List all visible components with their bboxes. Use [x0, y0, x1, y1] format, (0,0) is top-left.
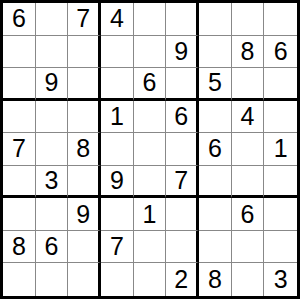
cell-r4c5[interactable]	[134, 101, 167, 134]
cell-r3c5[interactable]: 6	[134, 68, 167, 101]
cell-r6c8[interactable]	[232, 166, 265, 199]
cell-r7c1[interactable]	[3, 198, 36, 231]
cell-r9c3[interactable]	[68, 263, 101, 296]
cell-r3c8[interactable]	[232, 68, 265, 101]
cell-r6c1[interactable]	[3, 166, 36, 199]
cell-r7c3[interactable]: 9	[68, 198, 101, 231]
cell-r3c6[interactable]	[166, 68, 199, 101]
cell-r7c5[interactable]: 1	[134, 198, 167, 231]
cell-r4c3[interactable]	[68, 101, 101, 134]
cell-r1c5[interactable]	[134, 3, 167, 36]
cell-r1c6[interactable]	[166, 3, 199, 36]
cell-r5c3[interactable]: 8	[68, 133, 101, 166]
cell-r9c8[interactable]	[232, 263, 265, 296]
cell-r7c8[interactable]: 6	[232, 198, 265, 231]
cell-r2c7[interactable]	[199, 36, 232, 69]
cell-r5c2[interactable]	[36, 133, 69, 166]
cell-r6c5[interactable]	[134, 166, 167, 199]
cell-r3c9[interactable]	[264, 68, 297, 101]
cell-r9c1[interactable]	[3, 263, 36, 296]
cell-r8c5[interactable]	[134, 231, 167, 264]
cell-r7c4[interactable]	[101, 198, 134, 231]
cell-r4c2[interactable]	[36, 101, 69, 134]
cell-r9c2[interactable]	[36, 263, 69, 296]
cell-r6c4[interactable]: 9	[101, 166, 134, 199]
cell-r8c7[interactable]	[199, 231, 232, 264]
cell-r4c8[interactable]: 4	[232, 101, 265, 134]
cell-r2c3[interactable]	[68, 36, 101, 69]
cell-r7c6[interactable]	[166, 198, 199, 231]
cell-r8c2[interactable]: 6	[36, 231, 69, 264]
cell-r5c4[interactable]	[101, 133, 134, 166]
cell-r4c9[interactable]	[264, 101, 297, 134]
cell-r5c6[interactable]	[166, 133, 199, 166]
cell-r7c2[interactable]	[36, 198, 69, 231]
cell-r7c7[interactable]	[199, 198, 232, 231]
cell-r8c4[interactable]: 7	[101, 231, 134, 264]
cell-r2c2[interactable]	[36, 36, 69, 69]
cell-r1c8[interactable]	[232, 3, 265, 36]
cell-r1c3[interactable]: 7	[68, 3, 101, 36]
cell-r5c5[interactable]	[134, 133, 167, 166]
cell-r2c1[interactable]	[3, 36, 36, 69]
cell-r8c9[interactable]	[264, 231, 297, 264]
cell-r5c7[interactable]: 6	[199, 133, 232, 166]
cell-r1c9[interactable]	[264, 3, 297, 36]
cell-r8c1[interactable]: 8	[3, 231, 36, 264]
cell-r6c7[interactable]	[199, 166, 232, 199]
cell-r6c6[interactable]: 7	[166, 166, 199, 199]
cell-r2c9[interactable]: 6	[264, 36, 297, 69]
cell-r6c9[interactable]	[264, 166, 297, 199]
cell-r5c9[interactable]: 1	[264, 133, 297, 166]
cell-r9c7[interactable]: 8	[199, 263, 232, 296]
cell-r8c3[interactable]	[68, 231, 101, 264]
cell-r8c6[interactable]	[166, 231, 199, 264]
cell-r2c8[interactable]: 8	[232, 36, 265, 69]
cell-r2c5[interactable]	[134, 36, 167, 69]
cell-r3c7[interactable]: 5	[199, 68, 232, 101]
cell-r4c7[interactable]	[199, 101, 232, 134]
cell-r3c1[interactable]	[3, 68, 36, 101]
cell-r3c3[interactable]	[68, 68, 101, 101]
cell-r9c5[interactable]	[134, 263, 167, 296]
cell-r9c4[interactable]	[101, 263, 134, 296]
cell-r9c6[interactable]: 2	[166, 263, 199, 296]
sudoku-board: 6749869651647861397916867283	[0, 0, 300, 299]
cell-r7c9[interactable]	[264, 198, 297, 231]
cell-r4c1[interactable]	[3, 101, 36, 134]
cell-r1c2[interactable]	[36, 3, 69, 36]
cell-r8c8[interactable]	[232, 231, 265, 264]
cell-r4c6[interactable]: 6	[166, 101, 199, 134]
cell-r3c4[interactable]	[101, 68, 134, 101]
cell-r2c4[interactable]	[101, 36, 134, 69]
cell-r5c1[interactable]: 7	[3, 133, 36, 166]
cell-r3c2[interactable]: 9	[36, 68, 69, 101]
cell-r1c4[interactable]: 4	[101, 3, 134, 36]
cell-r2c6[interactable]: 9	[166, 36, 199, 69]
cell-r6c3[interactable]	[68, 166, 101, 199]
cell-r6c2[interactable]: 3	[36, 166, 69, 199]
cell-r1c7[interactable]	[199, 3, 232, 36]
cell-r1c1[interactable]: 6	[3, 3, 36, 36]
cell-r9c9[interactable]: 3	[264, 263, 297, 296]
cell-r5c8[interactable]	[232, 133, 265, 166]
cell-r4c4[interactable]: 1	[101, 101, 134, 134]
